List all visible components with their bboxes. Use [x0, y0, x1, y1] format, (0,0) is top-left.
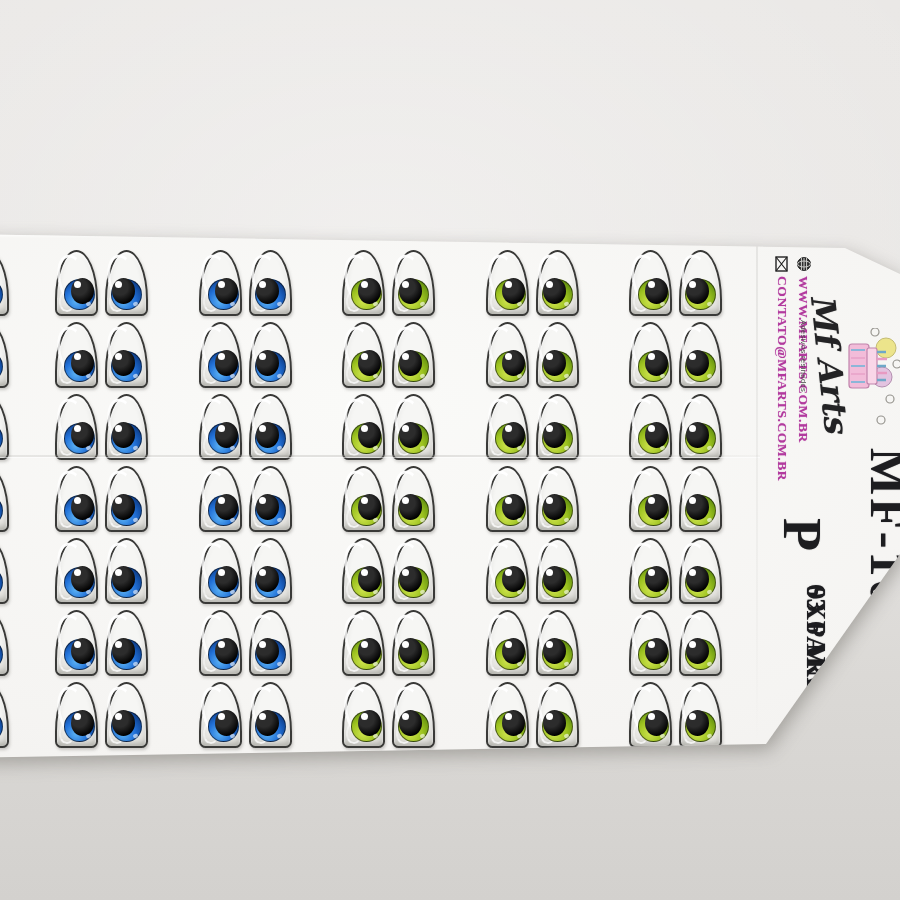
- email-line: CONTATO@MFARTS.COM.BR: [770, 256, 792, 481]
- globe-icon: [796, 256, 812, 272]
- eye-sticker-blue: [249, 466, 292, 532]
- eye-sticker-green: [679, 466, 722, 532]
- eye-sticker-green: [486, 466, 529, 532]
- cake-balloons-logo: [839, 328, 900, 428]
- eye-sticker-blue: [199, 394, 242, 460]
- eye-sticker-green: [392, 250, 435, 316]
- eye-sticker-blue: [0, 394, 9, 460]
- dimensions-text: 9X6 MM: [800, 586, 831, 696]
- eye-sticker-green: [392, 322, 435, 388]
- eye-sticker-blue: [55, 682, 98, 748]
- sticker-sheet: WWW.MFARTS.COM.BR CONTATO@MFARTS.COM.BR …: [0, 234, 900, 764]
- eye-sticker-green: [392, 466, 435, 532]
- eye-sticker-blue: [105, 466, 148, 532]
- eye-sticker-blue: [249, 394, 292, 460]
- eye-sticker-blue: [105, 682, 148, 748]
- eye-sticker-blue: [0, 466, 9, 532]
- eye-sticker-green: [679, 682, 722, 748]
- eye-sticker-blue: [199, 322, 242, 388]
- brand-logo-subtext: Adesivos resinados: [799, 320, 808, 392]
- eye-sticker-green: [536, 682, 579, 748]
- eye-sticker-green: [392, 394, 435, 460]
- eye-sticker-blue: [0, 322, 9, 388]
- eye-sticker-blue: [199, 610, 242, 676]
- eye-sticker-green: [342, 322, 385, 388]
- label-strip-divider: [756, 240, 758, 744]
- eye-sticker-green: [536, 466, 579, 532]
- eye-sticker-green: [486, 682, 529, 748]
- eye-sticker-blue: [199, 682, 242, 748]
- eye-sticker-green: [629, 466, 672, 532]
- label-strip: WWW.MFARTS.COM.BR CONTATO@MFARTS.COM.BR …: [760, 250, 900, 730]
- eye-sticker-blue: [249, 322, 292, 388]
- eye-sticker-blue: [0, 610, 9, 676]
- eye-sticker-blue: [0, 250, 9, 316]
- eye-sticker-blue: [55, 538, 98, 604]
- eye-sticker-blue: [105, 322, 148, 388]
- eye-sticker-blue: [249, 682, 292, 748]
- eye-sticker-green: [486, 322, 529, 388]
- eye-sticker-blue: [55, 466, 98, 532]
- eye-sticker-green: [679, 322, 722, 388]
- eye-sticker-green: [342, 466, 385, 532]
- sheet-crease-line: [0, 455, 760, 457]
- eye-sticker-green: [536, 322, 579, 388]
- photo-scene: WWW.MFARTS.COM.BR CONTATO@MFARTS.COM.BR …: [0, 0, 900, 900]
- eye-sticker-green: [679, 394, 722, 460]
- eye-sticker-green: [342, 394, 385, 460]
- eye-sticker-green: [392, 682, 435, 748]
- eye-sticker-blue: [55, 610, 98, 676]
- email-text: CONTATO@MFARTS.COM.BR: [774, 276, 790, 481]
- eye-sticker-blue: [199, 250, 242, 316]
- eye-sticker-blue: [0, 682, 9, 748]
- eye-sticker-blue: [249, 538, 292, 604]
- eye-sticker-green: [486, 394, 529, 460]
- eye-sticker-blue: [249, 610, 292, 676]
- eye-sticker-green: [629, 538, 672, 604]
- eye-sticker-green: [629, 322, 672, 388]
- sheet-shadow-wrap: WWW.MFARTS.COM.BR CONTATO@MFARTS.COM.BR …: [0, 0, 900, 900]
- eye-sticker-green: [342, 682, 385, 748]
- eye-sticker-green: [679, 250, 722, 316]
- eye-sticker-blue: [249, 250, 292, 316]
- eye-sticker-blue: [199, 466, 242, 532]
- eye-sticker-blue: [105, 394, 148, 460]
- eye-sticker-blue: [105, 250, 148, 316]
- eye-sticker-green: [679, 538, 722, 604]
- eye-sticker-green: [342, 538, 385, 604]
- eye-sticker-green: [629, 250, 672, 316]
- eye-sticker-green: [486, 538, 529, 604]
- eye-sticker-green: [392, 538, 435, 604]
- size-letter: P: [775, 518, 829, 551]
- eye-sticker-green: [679, 610, 722, 676]
- product-code: MF-105: [863, 448, 900, 635]
- eye-sticker-green: [342, 250, 385, 316]
- eye-sticker-green: [629, 394, 672, 460]
- eye-sticker-green: [486, 250, 529, 316]
- envelope-icon: [775, 256, 788, 272]
- eye-sticker-blue: [199, 538, 242, 604]
- eye-sticker-green: [629, 682, 672, 748]
- eye-sticker-blue: [105, 538, 148, 604]
- eye-sticker-blue: [55, 394, 98, 460]
- eye-sticker-green: [536, 538, 579, 604]
- eye-sticker-green: [536, 250, 579, 316]
- eye-sticker-blue: [55, 322, 98, 388]
- eye-sticker-green: [536, 610, 579, 676]
- eye-sticker-green: [629, 610, 672, 676]
- eye-sticker-green: [392, 610, 435, 676]
- eye-sticker-green: [536, 394, 579, 460]
- eye-sticker-green: [342, 610, 385, 676]
- eye-sticker-green: [486, 610, 529, 676]
- eye-sticker-blue: [105, 610, 148, 676]
- eye-sticker-blue: [55, 250, 98, 316]
- eye-sticker-blue: [0, 538, 9, 604]
